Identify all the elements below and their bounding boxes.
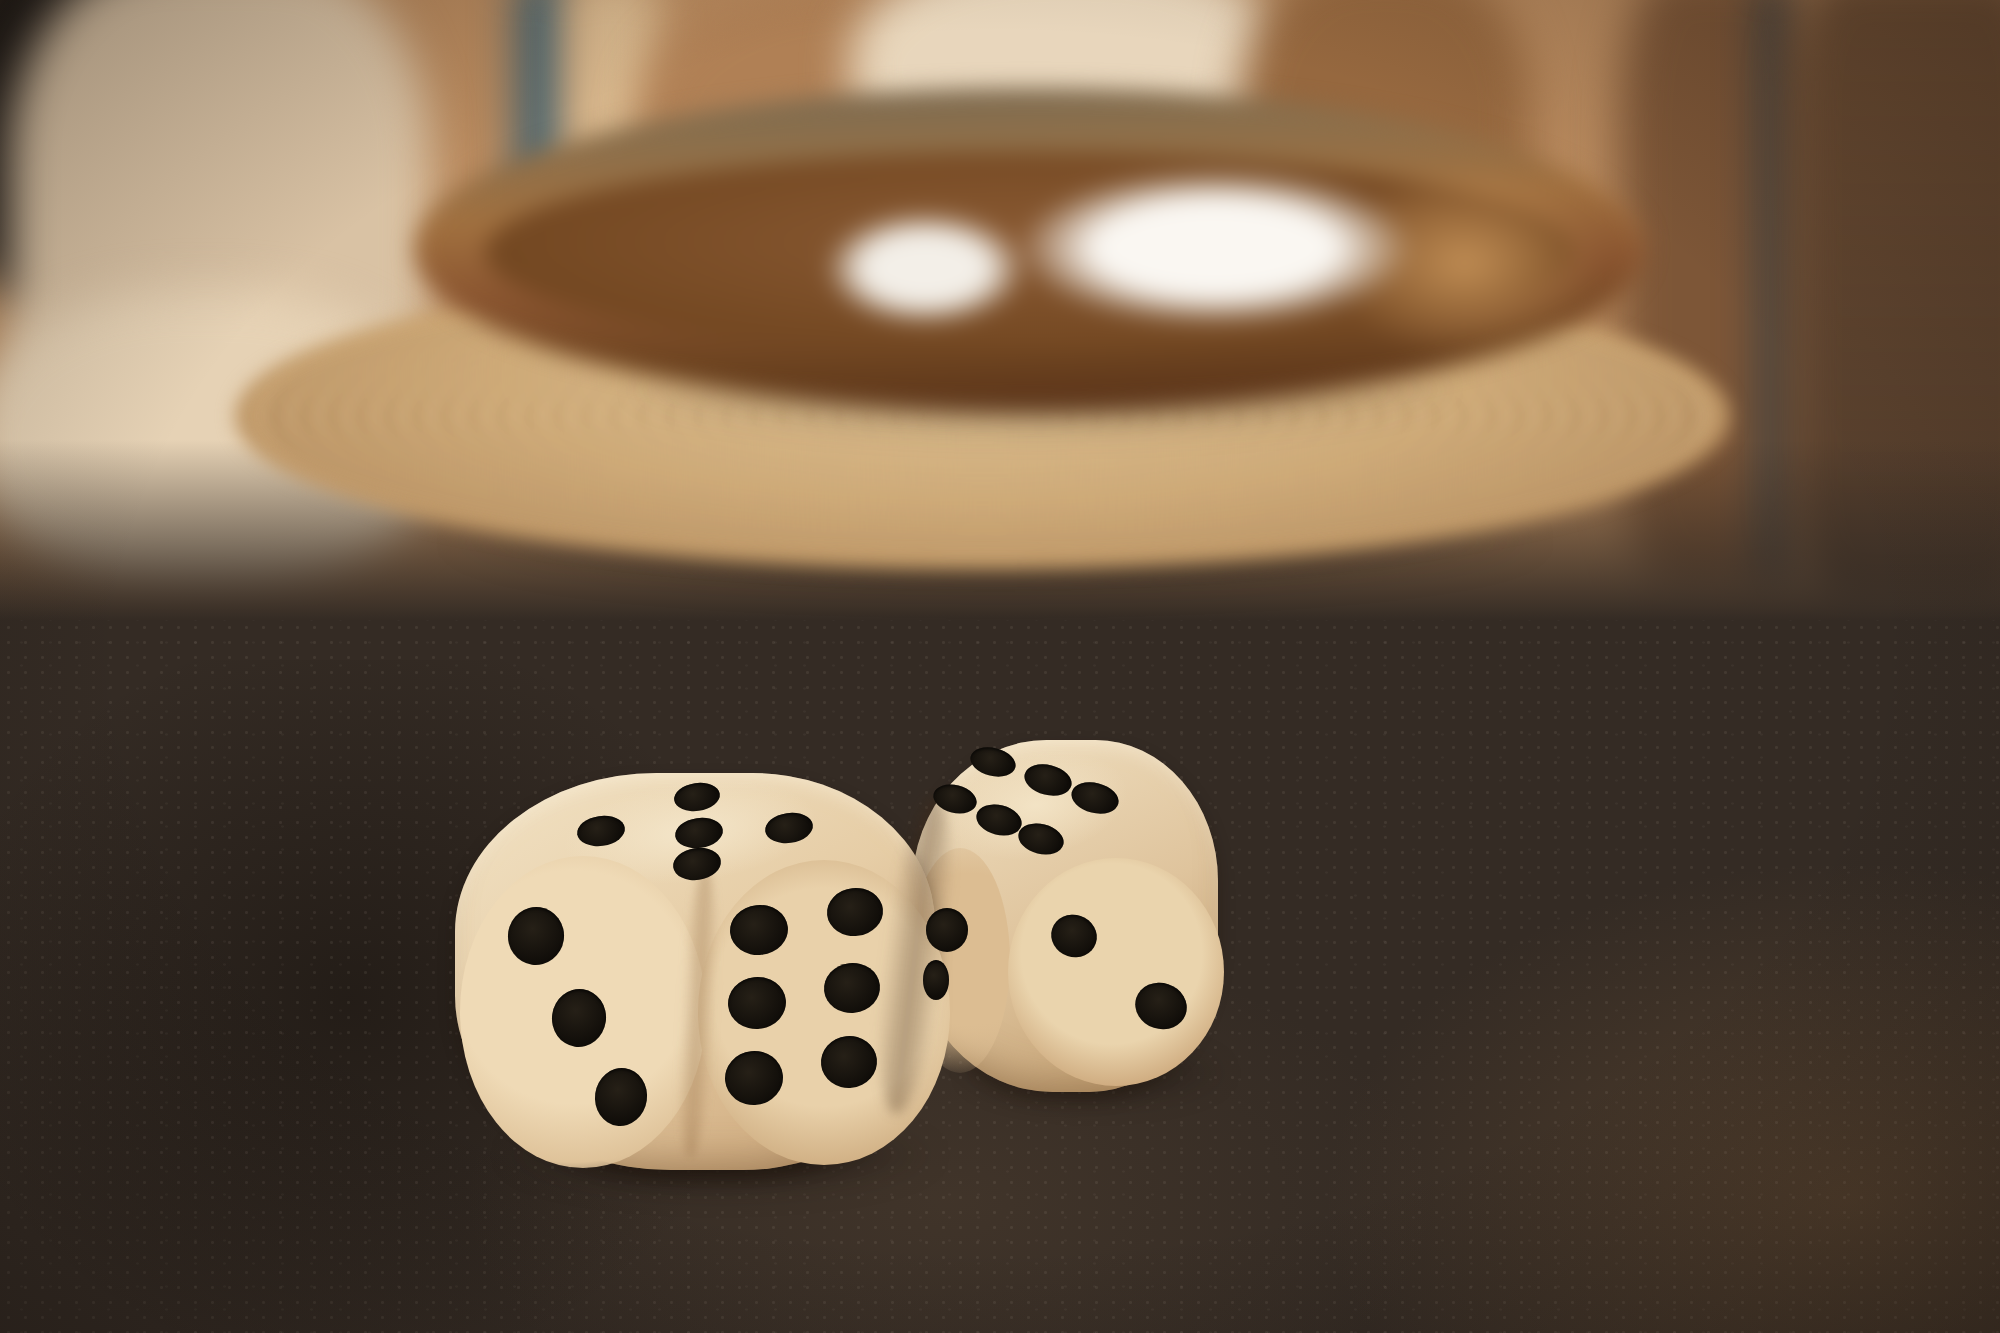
left-die-pip — [575, 813, 627, 849]
right-die-pip — [973, 800, 1025, 840]
right-die-pip — [930, 780, 979, 818]
left-die-pip — [673, 815, 725, 851]
left-die-pip — [671, 845, 723, 883]
left-die-pip — [822, 960, 883, 1016]
left-die-pip — [672, 780, 721, 814]
right-die-pip — [923, 960, 949, 1000]
right-die-pip — [1015, 819, 1067, 859]
right-die-pip — [1068, 778, 1122, 819]
right-die-pip — [926, 908, 968, 952]
left-die-pip — [728, 902, 791, 958]
right-die-pip — [1046, 909, 1103, 963]
pips-layer — [0, 0, 2000, 1333]
left-die-pip — [763, 810, 815, 846]
left-die-pip — [725, 974, 788, 1032]
right-die-pip — [967, 743, 1018, 781]
left-die-pip — [548, 986, 610, 1051]
left-die-pip — [818, 1033, 879, 1091]
left-die-pip — [591, 1065, 651, 1130]
right-die-pip — [1129, 976, 1193, 1036]
left-die-pip — [722, 1048, 785, 1108]
left-die-pip — [504, 903, 568, 968]
left-die-pip — [825, 885, 886, 939]
right-die-pip — [1021, 760, 1075, 801]
dice-photo-scene — [0, 0, 2000, 1333]
